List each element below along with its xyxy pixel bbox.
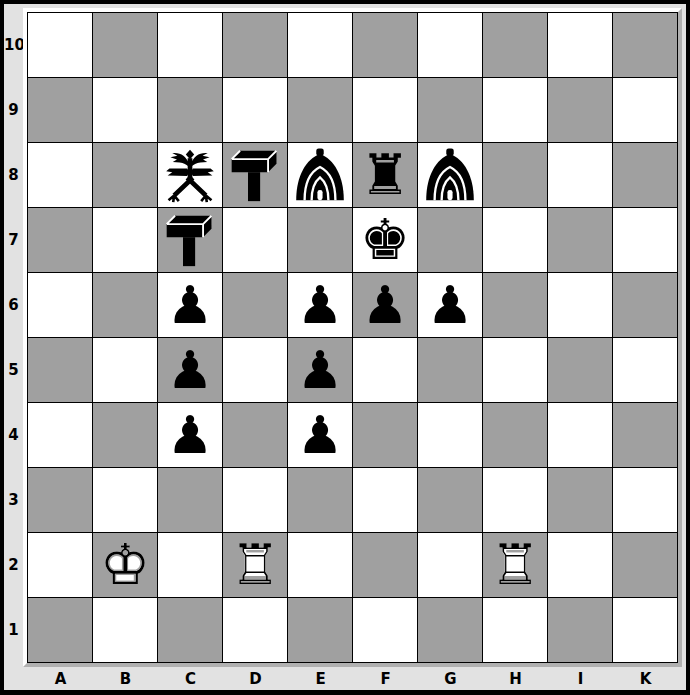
square-F3[interactable]: [353, 468, 417, 532]
square-G10[interactable]: [418, 13, 482, 77]
square-E7[interactable]: [288, 208, 352, 272]
square-K9[interactable]: [613, 78, 677, 142]
square-H2[interactable]: ♜♖: [483, 533, 547, 597]
square-A1[interactable]: [28, 598, 92, 662]
square-I9[interactable]: [548, 78, 612, 142]
square-I7[interactable]: [548, 208, 612, 272]
square-K7[interactable]: [613, 208, 677, 272]
rank-label-6: 6: [4, 273, 23, 338]
square-C1[interactable]: [158, 598, 222, 662]
square-F4[interactable]: [353, 403, 417, 467]
piece-black-pawn[interactable]: ♟: [362, 279, 409, 331]
piece-black-pawn[interactable]: ♟: [297, 344, 344, 396]
white-piece-outline: ♔: [100, 537, 150, 593]
file-labels: ABCDEFGHIK: [28, 667, 678, 690]
square-B8[interactable]: [93, 143, 157, 207]
square-C8[interactable]: [158, 143, 222, 207]
piece-black-pawn[interactable]: ♟: [167, 279, 214, 331]
square-D10[interactable]: [223, 13, 287, 77]
square-E2[interactable]: [288, 533, 352, 597]
square-K10[interactable]: [613, 13, 677, 77]
square-H8[interactable]: [483, 143, 547, 207]
square-K4[interactable]: [613, 403, 677, 467]
square-A5[interactable]: [28, 338, 92, 402]
square-I8[interactable]: [548, 143, 612, 207]
square-B1[interactable]: [93, 598, 157, 662]
square-F10[interactable]: [353, 13, 417, 77]
square-B6[interactable]: [93, 273, 157, 337]
square-E4[interactable]: ♟: [288, 403, 352, 467]
square-F9[interactable]: [353, 78, 417, 142]
square-G1[interactable]: [418, 598, 482, 662]
file-label-B: B: [93, 667, 158, 690]
square-A2[interactable]: [28, 533, 92, 597]
piece-black-king[interactable]: ♚: [360, 212, 410, 268]
square-D4[interactable]: [223, 403, 287, 467]
square-B3[interactable]: [93, 468, 157, 532]
square-K5[interactable]: [613, 338, 677, 402]
square-H1[interactable]: [483, 598, 547, 662]
square-K1[interactable]: [613, 598, 677, 662]
piece-black-hammer[interactable]: [162, 212, 218, 268]
square-H7[interactable]: [483, 208, 547, 272]
square-B5[interactable]: [93, 338, 157, 402]
rank-label-5: 5: [4, 338, 23, 403]
square-G8[interactable]: [418, 143, 482, 207]
piece-black-eagle[interactable]: [162, 147, 218, 203]
square-C7[interactable]: [158, 208, 222, 272]
file-label-H: H: [483, 667, 548, 690]
piece-black-pawn[interactable]: ♟: [297, 409, 344, 461]
square-C6[interactable]: ♟: [158, 273, 222, 337]
board-bevel: ♜ ♚♟♟♟♟♟♟♟♟♚♔♜♖♜♖: [23, 8, 682, 667]
square-D6[interactable]: [223, 273, 287, 337]
square-E1[interactable]: [288, 598, 352, 662]
piece-black-pawn[interactable]: ♟: [297, 279, 344, 331]
square-H10[interactable]: [483, 13, 547, 77]
square-A3[interactable]: [28, 468, 92, 532]
file-label-K: K: [613, 667, 678, 690]
square-D7[interactable]: [223, 208, 287, 272]
piece-white-rook[interactable]: ♜♖: [490, 537, 540, 593]
square-A10[interactable]: [28, 13, 92, 77]
piece-black-dome[interactable]: [292, 147, 348, 203]
square-E5[interactable]: ♟: [288, 338, 352, 402]
rank-label-3: 3: [4, 468, 23, 533]
square-G6[interactable]: ♟: [418, 273, 482, 337]
square-I6[interactable]: [548, 273, 612, 337]
square-D3[interactable]: [223, 468, 287, 532]
square-A6[interactable]: [28, 273, 92, 337]
piece-black-dome[interactable]: [422, 147, 478, 203]
square-K3[interactable]: [613, 468, 677, 532]
square-G3[interactable]: [418, 468, 482, 532]
square-A7[interactable]: [28, 208, 92, 272]
piece-black-pawn[interactable]: ♟: [427, 279, 474, 331]
square-E3[interactable]: [288, 468, 352, 532]
square-H3[interactable]: [483, 468, 547, 532]
square-D1[interactable]: [223, 598, 287, 662]
square-B2[interactable]: ♚♔: [93, 533, 157, 597]
file-label-I: I: [548, 667, 613, 690]
square-C3[interactable]: [158, 468, 222, 532]
piece-black-pawn[interactable]: ♟: [167, 344, 214, 396]
square-K8[interactable]: [613, 143, 677, 207]
piece-black-hammer[interactable]: [227, 147, 283, 203]
white-piece-outline: ♖: [230, 537, 280, 593]
square-B10[interactable]: [93, 13, 157, 77]
square-G2[interactable]: [418, 533, 482, 597]
square-C5[interactable]: ♟: [158, 338, 222, 402]
file-label-C: C: [158, 667, 223, 690]
square-G9[interactable]: [418, 78, 482, 142]
square-C2[interactable]: [158, 533, 222, 597]
square-B9[interactable]: [93, 78, 157, 142]
square-A4[interactable]: [28, 403, 92, 467]
square-F2[interactable]: [353, 533, 417, 597]
rank-label-8: 8: [4, 143, 23, 208]
square-C9[interactable]: [158, 78, 222, 142]
rank-label-1: 1: [4, 598, 23, 663]
square-I1[interactable]: [548, 598, 612, 662]
square-E6[interactable]: ♟: [288, 273, 352, 337]
square-E8[interactable]: [288, 143, 352, 207]
file-label-F: F: [353, 667, 418, 690]
square-B7[interactable]: [93, 208, 157, 272]
piece-black-rook[interactable]: ♜: [360, 147, 410, 203]
square-K6[interactable]: [613, 273, 677, 337]
piece-white-rook[interactable]: ♜♖: [230, 537, 280, 593]
square-I2[interactable]: [548, 533, 612, 597]
piece-black-pawn[interactable]: ♟: [167, 409, 214, 461]
square-D5[interactable]: [223, 338, 287, 402]
square-H5[interactable]: [483, 338, 547, 402]
square-A9[interactable]: [28, 78, 92, 142]
piece-white-king[interactable]: ♚♔: [100, 537, 150, 593]
square-B4[interactable]: [93, 403, 157, 467]
square-F6[interactable]: ♟: [353, 273, 417, 337]
square-F5[interactable]: [353, 338, 417, 402]
square-D8[interactable]: [223, 143, 287, 207]
file-label-G: G: [418, 667, 483, 690]
square-F7[interactable]: ♚: [353, 208, 417, 272]
square-H9[interactable]: [483, 78, 547, 142]
square-H4[interactable]: [483, 403, 547, 467]
square-C10[interactable]: [158, 13, 222, 77]
square-F8[interactable]: ♜: [353, 143, 417, 207]
square-G4[interactable]: [418, 403, 482, 467]
square-F1[interactable]: [353, 598, 417, 662]
board: ♜ ♚♟♟♟♟♟♟♟♟♚♔♜♖♜♖: [27, 12, 678, 663]
square-C4[interactable]: ♟: [158, 403, 222, 467]
rank-label-9: 9: [4, 78, 23, 143]
white-piece-outline: ♖: [490, 537, 540, 593]
file-label-E: E: [288, 667, 353, 690]
window: 10987654321 ♜ ♚♟♟♟♟♟♟♟♟♚♔♜♖♜♖ ABCDEFGHIK: [0, 0, 690, 695]
square-G7[interactable]: [418, 208, 482, 272]
rank-label-2: 2: [4, 533, 23, 598]
square-D2[interactable]: ♜♖: [223, 533, 287, 597]
rank-label-7: 7: [4, 208, 23, 273]
square-D9[interactable]: [223, 78, 287, 142]
rank-label-4: 4: [4, 403, 23, 468]
square-A8[interactable]: [28, 143, 92, 207]
square-E10[interactable]: [288, 13, 352, 77]
rank-label-10: 10: [4, 13, 23, 78]
square-E9[interactable]: [288, 78, 352, 142]
square-K2[interactable]: [613, 533, 677, 597]
square-I5[interactable]: [548, 338, 612, 402]
square-H6[interactable]: [483, 273, 547, 337]
square-I3[interactable]: [548, 468, 612, 532]
square-G5[interactable]: [418, 338, 482, 402]
file-label-A: A: [28, 667, 93, 690]
square-I10[interactable]: [548, 13, 612, 77]
file-label-D: D: [223, 667, 288, 690]
square-I4[interactable]: [548, 403, 612, 467]
rank-labels: 10987654321: [4, 13, 23, 663]
